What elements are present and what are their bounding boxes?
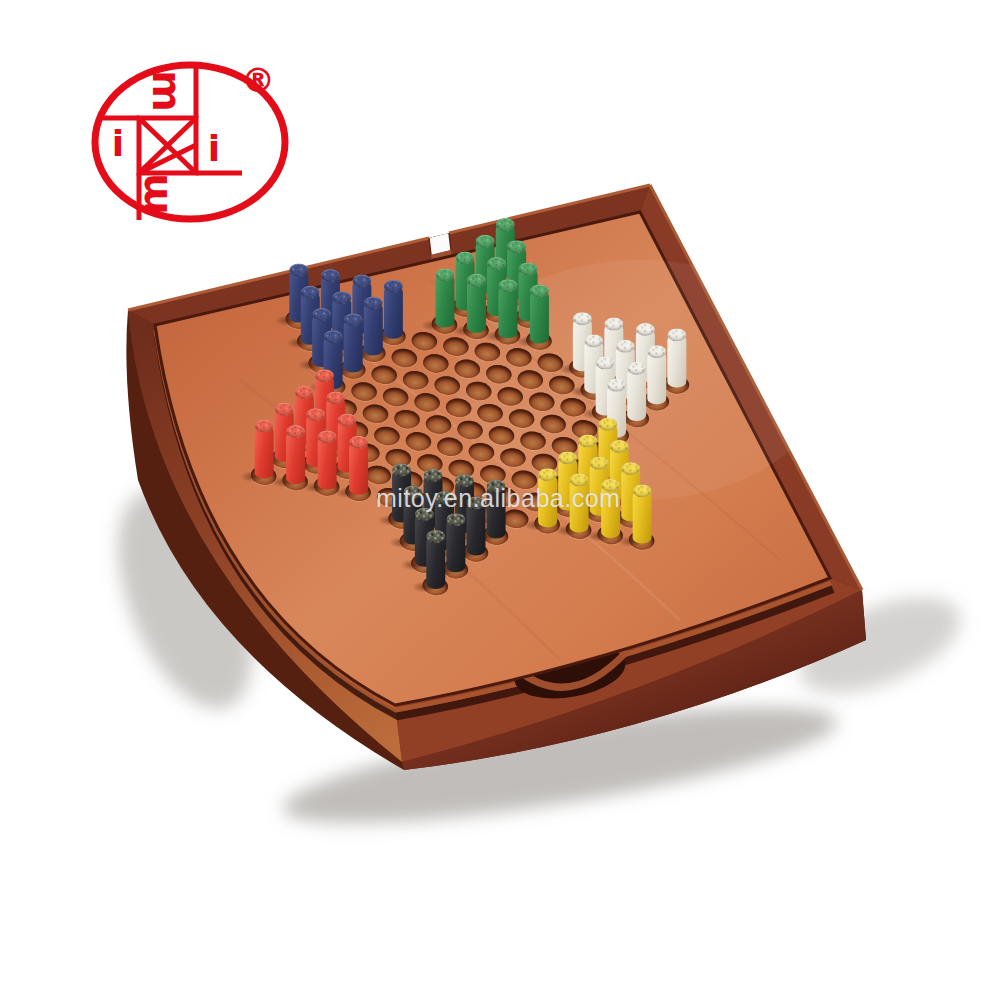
peg-top: [558, 451, 577, 464]
peg-top: [275, 403, 294, 416]
peg-body: [467, 280, 486, 333]
product-photo: mitoy.en.alibaba.com m i i m ®: [0, 0, 1000, 1000]
peg-top: [496, 218, 515, 231]
peg-body: [498, 285, 517, 338]
logo-letter-m-bottom: m: [130, 173, 176, 215]
peg-body: [446, 519, 465, 572]
peg-top: [326, 391, 345, 404]
peg-body: [667, 334, 686, 387]
peg-top: [573, 312, 592, 325]
peg-body: [286, 431, 305, 484]
peg-body: [384, 286, 403, 339]
peg-top: [312, 308, 331, 321]
peg-top: [324, 330, 343, 343]
peg-body: [530, 291, 549, 344]
peg-top: [636, 323, 655, 336]
brand-logo: m i i m ®: [0, 0, 320, 260]
peg-top: [647, 345, 666, 358]
peg-top: [295, 386, 314, 399]
peg-top: [255, 420, 274, 433]
peg-top: [538, 468, 557, 481]
peg-top: [596, 357, 615, 370]
logo-letter-m-top: m: [144, 70, 190, 112]
peg-top: [456, 252, 475, 265]
peg-top: [530, 285, 549, 298]
peg-top: [578, 435, 597, 448]
peg-top: [616, 340, 635, 353]
peg-top: [476, 235, 495, 248]
logo-letter-i-right: i: [208, 128, 220, 169]
chinese-checkers-board: [228, 229, 711, 631]
peg-top: [633, 484, 652, 497]
peg-top: [315, 369, 334, 382]
peg-top: [392, 463, 411, 476]
peg-body: [364, 303, 383, 356]
peg-top: [590, 457, 609, 470]
peg-top: [338, 414, 357, 427]
peg-top: [349, 436, 368, 449]
peg-body: [318, 436, 337, 489]
logo-letters: m i i m ®: [112, 60, 275, 215]
peg-top: [306, 408, 325, 421]
peg-top: [435, 268, 454, 281]
peg-top: [384, 280, 403, 293]
peg-top: [627, 362, 646, 375]
peg-top: [301, 286, 320, 299]
peg-body: [255, 426, 274, 479]
peg-top: [667, 328, 686, 341]
peg-body: [344, 319, 363, 372]
peg-top: [446, 513, 465, 526]
watermark-text: mitoy.en.alibaba.com: [376, 484, 620, 513]
peg-top: [352, 274, 371, 287]
peg-top: [364, 297, 383, 310]
board-cell: [624, 528, 660, 553]
peg-top: [610, 440, 629, 453]
peg-top: [286, 425, 305, 438]
peg-top: [607, 379, 626, 392]
board-cell: [340, 479, 376, 504]
peg-top: [321, 269, 340, 282]
peg-top: [467, 274, 486, 287]
peg-top: [426, 530, 445, 543]
peg-top: [318, 430, 337, 443]
peg-top: [289, 264, 308, 277]
peg-top: [598, 418, 617, 431]
peg-body: [647, 351, 666, 404]
peg-top: [584, 334, 603, 347]
peg-top: [332, 291, 351, 304]
peg-top: [487, 257, 506, 270]
peg-body: [633, 490, 652, 543]
peg-top: [344, 313, 363, 326]
peg-top: [621, 462, 640, 475]
peg-top: [519, 262, 538, 275]
registered-trademark-icon: ®: [241, 60, 275, 100]
peg-top: [604, 318, 623, 331]
peg-top: [424, 469, 443, 482]
peg-body: [627, 368, 646, 421]
peg-top: [498, 279, 517, 292]
peg-body: [435, 274, 454, 327]
logo-letter-i-left: i: [112, 123, 124, 164]
peg-top: [507, 240, 526, 253]
peg-body: [426, 536, 445, 589]
peg-body: [349, 442, 368, 495]
